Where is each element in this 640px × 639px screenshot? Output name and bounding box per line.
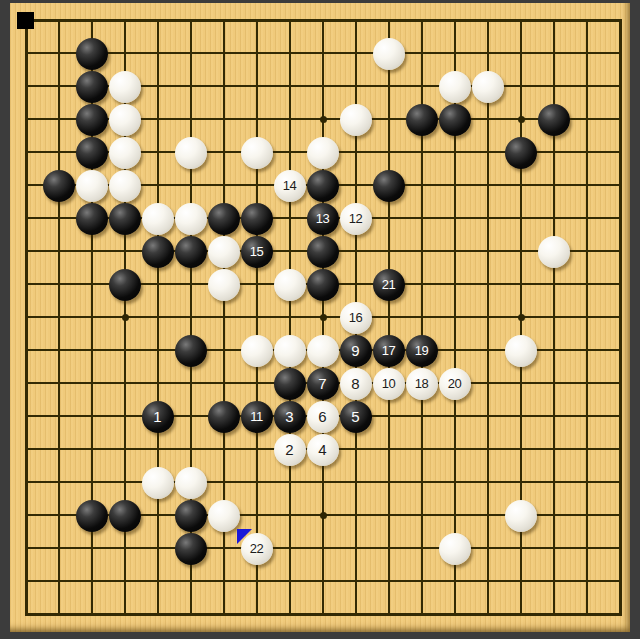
black-stone[interactable] bbox=[307, 236, 339, 268]
white-stone[interactable] bbox=[175, 467, 207, 499]
move-number: 4 bbox=[318, 442, 326, 457]
move-number: 17 bbox=[382, 344, 395, 357]
white-stone[interactable] bbox=[307, 137, 339, 169]
move-number: 14 bbox=[283, 179, 296, 192]
black-stone[interactable] bbox=[274, 368, 306, 400]
black-stone[interactable] bbox=[43, 170, 75, 202]
white-stone[interactable] bbox=[208, 500, 240, 532]
black-stone[interactable] bbox=[505, 137, 537, 169]
black-stone[interactable] bbox=[307, 269, 339, 301]
black-stone[interactable] bbox=[76, 137, 108, 169]
go-board[interactable]: 14131215211691719781018201113652422 bbox=[10, 3, 630, 632]
black-stone[interactable] bbox=[109, 203, 141, 235]
black-stone-move-17[interactable]: 17 bbox=[373, 335, 405, 367]
black-stone[interactable] bbox=[406, 104, 438, 136]
move-number: 7 bbox=[318, 376, 326, 391]
white-stone-move-6[interactable]: 6 bbox=[307, 401, 339, 433]
white-stone-move-10[interactable]: 10 bbox=[373, 368, 405, 400]
black-stone[interactable] bbox=[76, 500, 108, 532]
move-number: 21 bbox=[382, 278, 395, 291]
black-stone-move-7[interactable]: 7 bbox=[307, 368, 339, 400]
move-number: 3 bbox=[285, 409, 293, 424]
black-stone-move-11[interactable]: 11 bbox=[241, 401, 273, 433]
white-stone-move-4[interactable]: 4 bbox=[307, 434, 339, 466]
white-stone[interactable] bbox=[505, 335, 537, 367]
move-number: 22 bbox=[250, 542, 263, 555]
white-stone-move-8[interactable]: 8 bbox=[340, 368, 372, 400]
white-stone[interactable] bbox=[241, 335, 273, 367]
black-stone[interactable] bbox=[175, 533, 207, 565]
white-stone[interactable] bbox=[76, 170, 108, 202]
black-stone-move-21[interactable]: 21 bbox=[373, 269, 405, 301]
stones-layer: 14131215211691719781018201113652422 bbox=[9, 4, 636, 631]
white-stone-move-22[interactable]: 22 bbox=[241, 533, 273, 565]
white-stone[interactable] bbox=[175, 203, 207, 235]
black-stone-move-9[interactable]: 9 bbox=[340, 335, 372, 367]
white-stone[interactable] bbox=[472, 71, 504, 103]
black-stone[interactable] bbox=[76, 104, 108, 136]
black-stone[interactable] bbox=[142, 236, 174, 268]
white-stone-move-18[interactable]: 18 bbox=[406, 368, 438, 400]
white-stone[interactable] bbox=[208, 236, 240, 268]
black-stone[interactable] bbox=[538, 104, 570, 136]
black-stone[interactable] bbox=[208, 401, 240, 433]
move-number: 13 bbox=[316, 212, 329, 225]
move-number: 15 bbox=[250, 245, 263, 258]
white-stone[interactable] bbox=[439, 533, 471, 565]
black-stone[interactable] bbox=[175, 500, 207, 532]
white-stone-move-12[interactable]: 12 bbox=[340, 203, 372, 235]
black-stone[interactable] bbox=[76, 203, 108, 235]
white-stone[interactable] bbox=[175, 137, 207, 169]
black-stone[interactable] bbox=[439, 104, 471, 136]
white-stone[interactable] bbox=[142, 467, 174, 499]
black-stone-move-15[interactable]: 15 bbox=[241, 236, 273, 268]
move-number: 18 bbox=[415, 377, 428, 390]
black-stone[interactable] bbox=[175, 236, 207, 268]
move-number: 16 bbox=[349, 311, 362, 324]
move-number: 9 bbox=[351, 343, 359, 358]
white-stone-move-2[interactable]: 2 bbox=[274, 434, 306, 466]
black-stone[interactable] bbox=[76, 71, 108, 103]
black-stone[interactable] bbox=[76, 38, 108, 70]
move-number: 12 bbox=[349, 212, 362, 225]
white-stone[interactable] bbox=[142, 203, 174, 235]
white-stone[interactable] bbox=[109, 104, 141, 136]
black-stone[interactable] bbox=[307, 170, 339, 202]
last-move-triangle-marker bbox=[237, 529, 252, 544]
move-number: 5 bbox=[351, 409, 359, 424]
move-number: 6 bbox=[318, 409, 326, 424]
black-stone[interactable] bbox=[109, 269, 141, 301]
white-stone[interactable] bbox=[439, 71, 471, 103]
move-number: 8 bbox=[351, 376, 359, 391]
move-number: 11 bbox=[250, 410, 263, 423]
white-stone[interactable] bbox=[241, 137, 273, 169]
black-stone[interactable] bbox=[373, 170, 405, 202]
move-number: 2 bbox=[285, 442, 293, 457]
white-stone-move-20[interactable]: 20 bbox=[439, 368, 471, 400]
white-stone[interactable] bbox=[340, 104, 372, 136]
white-stone[interactable] bbox=[274, 335, 306, 367]
black-stone-move-3[interactable]: 3 bbox=[274, 401, 306, 433]
move-number: 20 bbox=[448, 377, 461, 390]
black-stone-move-1[interactable]: 1 bbox=[142, 401, 174, 433]
white-stone[interactable] bbox=[373, 38, 405, 70]
black-stone[interactable] bbox=[175, 335, 207, 367]
black-stone-move-5[interactable]: 5 bbox=[340, 401, 372, 433]
black-stone[interactable] bbox=[208, 203, 240, 235]
black-stone-move-19[interactable]: 19 bbox=[406, 335, 438, 367]
white-stone-move-16[interactable]: 16 bbox=[340, 302, 372, 334]
move-number: 10 bbox=[382, 377, 395, 390]
move-number: 19 bbox=[415, 344, 428, 357]
white-stone-move-14[interactable]: 14 bbox=[274, 170, 306, 202]
white-stone[interactable] bbox=[505, 500, 537, 532]
white-stone[interactable] bbox=[109, 71, 141, 103]
black-stone[interactable] bbox=[241, 203, 273, 235]
white-stone[interactable] bbox=[109, 137, 141, 169]
black-stone-move-13[interactable]: 13 bbox=[307, 203, 339, 235]
black-stone[interactable] bbox=[109, 500, 141, 532]
white-stone[interactable] bbox=[538, 236, 570, 268]
white-stone[interactable] bbox=[109, 170, 141, 202]
white-stone[interactable] bbox=[307, 335, 339, 367]
white-stone[interactable] bbox=[208, 269, 240, 301]
white-stone[interactable] bbox=[274, 269, 306, 301]
move-number: 1 bbox=[153, 409, 161, 424]
